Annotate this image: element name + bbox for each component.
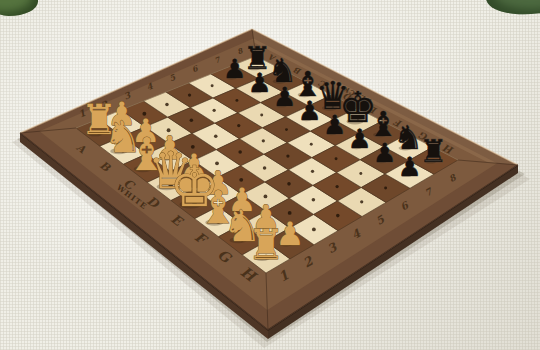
peg-hole — [260, 114, 263, 117]
piece-black-rook-h8[interactable]: ♜ — [419, 133, 447, 169]
peg-hole — [188, 93, 191, 96]
peg-hole — [287, 182, 291, 186]
peg-hole — [359, 172, 362, 175]
peg-hole — [312, 198, 316, 202]
peg-hole — [312, 228, 316, 232]
peg-hole — [286, 154, 289, 157]
piece-black-pawn-d7[interactable]: ♟ — [298, 95, 322, 126]
peg-hole — [335, 157, 338, 160]
chess-photo-scene: A11AB22BC33CD44DE55EF66FG77GH88HWHITEBLA… — [0, 0, 540, 350]
peg-hole — [360, 200, 363, 203]
peg-hole — [263, 166, 267, 170]
peg-hole — [384, 187, 387, 190]
piece-black-pawn-e7[interactable]: ♟ — [323, 109, 347, 140]
peg-hole — [285, 128, 288, 131]
peg-hole — [211, 84, 214, 87]
peg-hole — [190, 119, 194, 123]
peg-hole — [335, 185, 338, 188]
peg-hole — [235, 99, 238, 102]
piece-black-pawn-f7[interactable]: ♟ — [348, 123, 372, 154]
piece-black-pawn-b7[interactable]: ♟ — [248, 67, 272, 98]
piece-black-pawn-a7[interactable]: ♟ — [223, 53, 247, 84]
peg-hole — [213, 109, 216, 112]
peg-hole — [310, 143, 313, 146]
peg-hole — [237, 124, 240, 127]
peg-hole — [165, 103, 169, 107]
peg-hole — [336, 214, 340, 218]
piece-black-pawn-c7[interactable]: ♟ — [273, 81, 297, 112]
chess-board: A11AB22BC33CD44DE55EF66FG77GH88HWHITEBLA… — [0, 0, 540, 350]
piece-black-pawn-h7[interactable]: ♟ — [398, 151, 422, 182]
peg-hole — [214, 134, 218, 138]
peg-hole — [262, 139, 265, 142]
peg-hole — [311, 170, 314, 173]
piece-black-pawn-g7[interactable]: ♟ — [373, 137, 397, 168]
piece-white-rook-h1[interactable]: ♜ — [247, 220, 284, 269]
peg-hole — [238, 150, 242, 154]
